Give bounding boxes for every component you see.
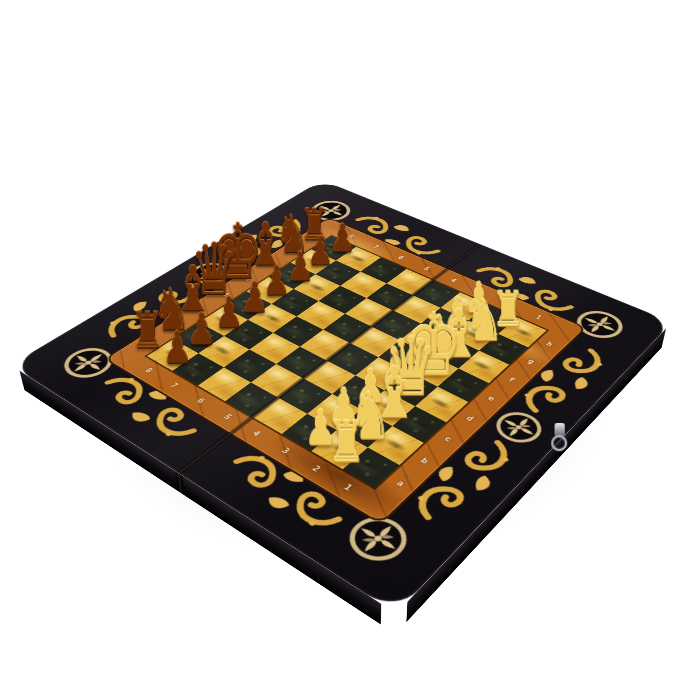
clasp-ring <box>551 435 567 451</box>
product-photo-stage: 8877665544332211hhggffeeddccbbaa ♜♟♞♟♝♟♚… <box>0 0 700 700</box>
clasp-icon <box>551 423 567 452</box>
white-rook-glyph: ♜ <box>321 413 372 470</box>
black-pawn-glyph: ♟ <box>157 326 197 370</box>
folding-chess-case: 8877665544332211hhggffeeddccbbaa ♜♟♞♟♝♟♚… <box>11 180 672 614</box>
